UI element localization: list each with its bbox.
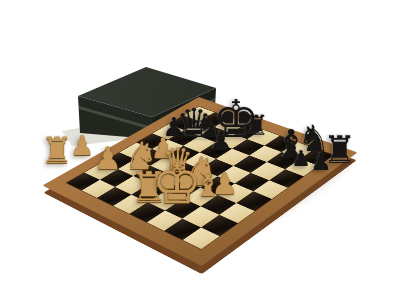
product-photo-canvas: ♜♟♟♞♟♛♜♚♞♝♟♟♛♞♟♚♜♝♟♞♟♜ bbox=[0, 0, 400, 300]
